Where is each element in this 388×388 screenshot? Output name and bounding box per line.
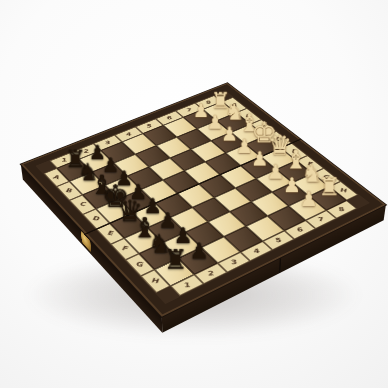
coordinate-label: H: [340, 188, 348, 194]
coordinate-label: 5: [275, 237, 282, 243]
coordinate-label: 4: [253, 248, 260, 254]
coordinate-label: 6: [167, 116, 173, 121]
coordinate-label: B: [65, 188, 74, 194]
coordinate-label: 8: [338, 207, 345, 213]
chess-piece-glyph: ♜: [318, 175, 340, 199]
coordinate-label: 1: [184, 282, 191, 289]
coordinate-label: C: [260, 125, 267, 130]
coordinate-label: 2: [84, 149, 89, 154]
coordinate-label: 7: [186, 108, 192, 112]
coordinate-label: H: [151, 277, 161, 284]
coordinate-label: 3: [230, 259, 237, 265]
chess-piece-glyph: ♟: [283, 175, 301, 195]
coordinate-label: F: [121, 246, 129, 253]
coordinate-label: 4: [126, 132, 132, 137]
chess-piece-glyph: ♜: [164, 247, 188, 274]
coordinate-label: 3: [105, 140, 110, 145]
coordinate-label: A: [52, 175, 61, 181]
coordinate-label: D: [91, 216, 100, 222]
coordinate-label: E: [106, 230, 114, 236]
chess-piece-glyph: ♟: [189, 240, 209, 262]
coordinate-label: G: [135, 261, 145, 268]
coordinate-label: C: [78, 202, 86, 208]
coordinate-label: 8: [206, 100, 212, 104]
wooden-chess-set-photo: AA11BB22CC33DD44EE55FF66GG77HH88♜♟♟♜♞♟♟♞…: [0, 0, 388, 388]
coordinate-label: 5: [147, 124, 153, 129]
folding-seam-side: [279, 257, 282, 274]
coordinate-label: 1: [62, 158, 68, 163]
chess-piece-glyph: ♟: [300, 189, 318, 210]
coordinate-label: 6: [296, 227, 303, 233]
coordinate-label: D: [275, 137, 283, 142]
coordinate-label: 7: [317, 217, 324, 223]
coordinate-label: 2: [207, 270, 214, 277]
